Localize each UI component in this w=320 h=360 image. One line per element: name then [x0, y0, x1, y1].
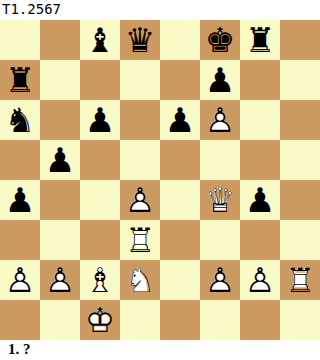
square-d1[interactable] [120, 300, 160, 340]
square-g6[interactable] [240, 100, 280, 140]
white-king-icon: ♔ [80, 300, 120, 340]
square-d7[interactable] [120, 60, 160, 100]
square-a4[interactable]: ♟ [0, 180, 40, 220]
square-g2[interactable]: ♟♙ [240, 260, 280, 300]
square-c4[interactable] [80, 180, 120, 220]
square-c6[interactable]: ♟ [80, 100, 120, 140]
square-e4[interactable] [160, 180, 200, 220]
black-rook-icon: ♜ [0, 60, 40, 100]
square-c7[interactable] [80, 60, 120, 100]
square-f2[interactable]: ♟♙ [200, 260, 240, 300]
square-f8[interactable]: ♚ [200, 20, 240, 60]
white-pawn-icon: ♙ [40, 260, 80, 300]
black-queen-icon: ♛ [120, 20, 160, 60]
square-b6[interactable] [40, 100, 80, 140]
square-f1[interactable] [200, 300, 240, 340]
square-h5[interactable] [280, 140, 320, 180]
square-g4[interactable]: ♟ [240, 180, 280, 220]
square-f6[interactable]: ♟♙ [200, 100, 240, 140]
square-a1[interactable] [0, 300, 40, 340]
black-pawn-icon: ♟ [80, 100, 120, 140]
black-pawn-icon: ♟ [40, 140, 80, 180]
white-pawn-icon: ♙ [0, 260, 40, 300]
square-b4[interactable] [40, 180, 80, 220]
black-knight-icon: ♞ [0, 100, 40, 140]
square-b2[interactable]: ♟♙ [40, 260, 80, 300]
square-c2[interactable]: ♝♗ [80, 260, 120, 300]
square-d8[interactable]: ♛ [120, 20, 160, 60]
square-e1[interactable] [160, 300, 200, 340]
square-c5[interactable] [80, 140, 120, 180]
square-g7[interactable] [240, 60, 280, 100]
square-d6[interactable] [120, 100, 160, 140]
square-c1[interactable]: ♚♔ [80, 300, 120, 340]
square-b3[interactable] [40, 220, 80, 260]
square-h1[interactable] [280, 300, 320, 340]
square-e8[interactable] [160, 20, 200, 60]
black-pawn-icon: ♟ [240, 180, 280, 220]
square-a6[interactable]: ♞ [0, 100, 40, 140]
white-knight-icon: ♘ [120, 260, 160, 300]
square-b8[interactable] [40, 20, 80, 60]
square-h6[interactable] [280, 100, 320, 140]
white-queen-icon: ♕ [200, 180, 240, 220]
white-rook-icon: ♖ [280, 260, 320, 300]
square-d5[interactable] [120, 140, 160, 180]
square-a8[interactable] [0, 20, 40, 60]
white-pawn-icon: ♙ [120, 180, 160, 220]
square-e6[interactable]: ♟ [160, 100, 200, 140]
square-c8[interactable]: ♝ [80, 20, 120, 60]
black-king-icon: ♚ [200, 20, 240, 60]
square-d4[interactable]: ♟♙ [120, 180, 160, 220]
black-pawn-icon: ♟ [200, 60, 240, 100]
square-a2[interactable]: ♟♙ [0, 260, 40, 300]
square-b1[interactable] [40, 300, 80, 340]
black-rook-icon: ♜ [240, 20, 280, 60]
square-e7[interactable] [160, 60, 200, 100]
move-prompt: 1. ? [0, 340, 320, 360]
square-e3[interactable] [160, 220, 200, 260]
square-g1[interactable] [240, 300, 280, 340]
square-b5[interactable]: ♟ [40, 140, 80, 180]
square-c3[interactable] [80, 220, 120, 260]
white-rook-icon: ♖ [120, 220, 160, 260]
square-f4[interactable]: ♛♕ [200, 180, 240, 220]
square-h7[interactable] [280, 60, 320, 100]
square-f3[interactable] [200, 220, 240, 260]
square-g5[interactable] [240, 140, 280, 180]
square-f5[interactable] [200, 140, 240, 180]
square-d2[interactable]: ♞♘ [120, 260, 160, 300]
square-a5[interactable] [0, 140, 40, 180]
square-h8[interactable] [280, 20, 320, 60]
white-pawn-icon: ♙ [200, 100, 240, 140]
square-h3[interactable] [280, 220, 320, 260]
square-a7[interactable]: ♜ [0, 60, 40, 100]
square-f7[interactable]: ♟ [200, 60, 240, 100]
square-a3[interactable] [0, 220, 40, 260]
square-b7[interactable] [40, 60, 80, 100]
black-pawn-icon: ♟ [0, 180, 40, 220]
chess-board: ♝♛♚♜♜♟♞♟♟♟♙♟♟♟♙♛♕♟♜♖♟♙♟♙♝♗♞♘♟♙♟♙♜♖♚♔ [0, 20, 320, 340]
square-e5[interactable] [160, 140, 200, 180]
white-pawn-icon: ♙ [240, 260, 280, 300]
white-pawn-icon: ♙ [200, 260, 240, 300]
puzzle-id: T1.2567 [0, 0, 320, 20]
square-h4[interactable] [280, 180, 320, 220]
white-bishop-icon: ♗ [80, 260, 120, 300]
square-h2[interactable]: ♜♖ [280, 260, 320, 300]
square-g8[interactable]: ♜ [240, 20, 280, 60]
black-pawn-icon: ♟ [160, 100, 200, 140]
square-d3[interactable]: ♜♖ [120, 220, 160, 260]
square-e2[interactable] [160, 260, 200, 300]
black-bishop-icon: ♝ [80, 20, 120, 60]
square-g3[interactable] [240, 220, 280, 260]
